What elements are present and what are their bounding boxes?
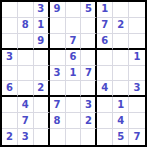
sudoku-cell-r9c5[interactable]	[66, 129, 82, 145]
sudoku-cell-r6c1[interactable]: 6	[2, 81, 18, 97]
sudoku-cell-r3c3[interactable]: 9	[34, 34, 50, 50]
sudoku-cell-r1c8[interactable]	[113, 2, 129, 18]
sudoku-cell-r6c6[interactable]	[81, 81, 97, 97]
sudoku-cell-r8c8[interactable]: 4	[113, 113, 129, 129]
sudoku-cell-r3c9[interactable]	[129, 34, 145, 50]
sudoku-cell-r8c7[interactable]	[97, 113, 113, 129]
sudoku-cell-r2c6[interactable]	[81, 18, 97, 34]
sudoku-cell-r8c2[interactable]: 7	[18, 113, 34, 129]
sudoku-cell-r8c1[interactable]	[2, 113, 18, 129]
sudoku-cell-r7c8[interactable]: 1	[113, 97, 129, 113]
sudoku-cell-r7c4[interactable]: 7	[50, 97, 66, 113]
sudoku-cell-r1c9[interactable]	[129, 2, 145, 18]
sudoku-cell-r8c3[interactable]	[34, 113, 50, 129]
sudoku-cell-r5c4[interactable]: 3	[50, 66, 66, 82]
sudoku-cell-r2c2[interactable]: 8	[18, 18, 34, 34]
sudoku-cell-r5c8[interactable]	[113, 66, 129, 82]
sudoku-cell-r5c1[interactable]	[2, 66, 18, 82]
sudoku-cell-r4c8[interactable]	[113, 50, 129, 66]
sudoku-cell-r7c7[interactable]	[97, 97, 113, 113]
sudoku-cell-r3c5[interactable]: 7	[66, 34, 82, 50]
sudoku-cell-r9c8[interactable]: 5	[113, 129, 129, 145]
sudoku-cell-r8c5[interactable]	[66, 113, 82, 129]
sudoku-cell-r6c7[interactable]: 4	[97, 81, 113, 97]
sudoku-cell-r1c4[interactable]: 9	[50, 2, 66, 18]
sudoku-cell-r5c5[interactable]: 1	[66, 66, 82, 82]
sudoku-cell-r1c7[interactable]: 1	[97, 2, 113, 18]
sudoku-cell-r6c9[interactable]: 3	[129, 81, 145, 97]
sudoku-cell-r6c8[interactable]	[113, 81, 129, 97]
sudoku-cell-r5c3[interactable]	[34, 66, 50, 82]
sudoku-cell-r2c1[interactable]	[2, 18, 18, 34]
sudoku-cell-r4c1[interactable]: 3	[2, 50, 18, 66]
sudoku-cell-r7c3[interactable]	[34, 97, 50, 113]
sudoku-cell-r4c2[interactable]	[18, 50, 34, 66]
sudoku-cell-r2c5[interactable]	[66, 18, 82, 34]
sudoku-cell-r6c4[interactable]	[50, 81, 66, 97]
sudoku-cell-r4c4[interactable]	[50, 50, 66, 66]
sudoku-cell-r3c1[interactable]	[2, 34, 18, 50]
sudoku-cell-r8c6[interactable]: 2	[81, 113, 97, 129]
sudoku-cell-r9c4[interactable]	[50, 129, 66, 145]
sudoku-cell-r3c7[interactable]: 6	[97, 34, 113, 50]
sudoku-cell-r2c3[interactable]: 1	[34, 18, 50, 34]
sudoku-cell-r4c7[interactable]	[97, 50, 113, 66]
sudoku-cell-r3c4[interactable]	[50, 34, 66, 50]
sudoku-cell-r5c9[interactable]	[129, 66, 145, 82]
sudoku-cell-r8c4[interactable]: 8	[50, 113, 66, 129]
sudoku-cell-r8c9[interactable]	[129, 113, 145, 129]
sudoku-cell-r2c8[interactable]: 2	[113, 18, 129, 34]
sudoku-cell-r9c9[interactable]: 7	[129, 129, 145, 145]
sudoku-cell-r9c7[interactable]	[97, 129, 113, 145]
sudoku-cell-r1c3[interactable]: 3	[34, 2, 50, 18]
sudoku-cell-r5c6[interactable]: 7	[81, 66, 97, 82]
sudoku-cell-r7c2[interactable]: 4	[18, 97, 34, 113]
sudoku-cell-r5c7[interactable]	[97, 66, 113, 82]
sudoku-cell-r3c6[interactable]	[81, 34, 97, 50]
sudoku-cell-r9c3[interactable]	[34, 129, 50, 145]
sudoku-cell-r6c5[interactable]	[66, 81, 82, 97]
sudoku-cell-r1c2[interactable]	[18, 2, 34, 18]
sudoku-cell-r1c1[interactable]	[2, 2, 18, 18]
sudoku-cell-r9c6[interactable]	[81, 129, 97, 145]
sudoku-cell-r3c8[interactable]	[113, 34, 129, 50]
sudoku-cell-r2c4[interactable]	[50, 18, 66, 34]
sudoku-cell-r7c1[interactable]	[2, 97, 18, 113]
sudoku-cell-r6c3[interactable]: 2	[34, 81, 50, 97]
sudoku-cell-r4c6[interactable]	[81, 50, 97, 66]
sudoku-cell-r2c7[interactable]: 7	[97, 18, 113, 34]
sudoku-cell-r1c6[interactable]: 5	[81, 2, 97, 18]
sudoku-cell-r4c9[interactable]: 1	[129, 50, 145, 66]
sudoku-cell-r4c3[interactable]	[34, 50, 50, 66]
sudoku-cell-r9c2[interactable]: 3	[18, 129, 34, 145]
sudoku-cell-r7c6[interactable]: 3	[81, 97, 97, 113]
sudoku-cell-r2c9[interactable]	[129, 18, 145, 34]
sudoku-board: 395181729763613176243473178242357	[0, 0, 147, 147]
sudoku-cell-r3c2[interactable]	[18, 34, 34, 50]
sudoku-cell-r6c2[interactable]	[18, 81, 34, 97]
sudoku-cell-r7c5[interactable]	[66, 97, 82, 113]
sudoku-cell-r9c1[interactable]: 2	[2, 129, 18, 145]
sudoku-cell-r5c2[interactable]	[18, 66, 34, 82]
sudoku-cell-r1c5[interactable]	[66, 2, 82, 18]
sudoku-cell-r4c5[interactable]: 6	[66, 50, 82, 66]
sudoku-cell-r7c9[interactable]	[129, 97, 145, 113]
